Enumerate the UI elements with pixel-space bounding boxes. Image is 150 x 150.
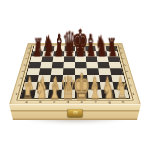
square-f7[interactable]: ♟ — [86, 51, 97, 56]
file-labels-bottom: abcdefgh — [19, 100, 131, 105]
piece-white-rook[interactable]: ♜ — [23, 80, 34, 102]
square-f1[interactable]: ♝ — [88, 90, 102, 98]
square-g7[interactable]: ♟ — [96, 51, 108, 56]
coordinate-label: e — [75, 100, 89, 105]
square-g1[interactable]: ♞ — [101, 90, 116, 98]
coordinate-label: f — [89, 100, 103, 105]
coordinate-label: h — [116, 100, 131, 105]
square-b1[interactable]: ♞ — [34, 90, 49, 98]
coordinate-label: c — [47, 100, 61, 105]
board-scene: abcdefgh abcdefgh 87654321 87654321 ♜♞♝♛… — [0, 0, 150, 150]
square-e1[interactable]: ♚ — [75, 90, 89, 98]
board-frame: abcdefgh abcdefgh 87654321 87654321 ♜♞♝♛… — [9, 43, 141, 105]
square-b7[interactable]: ♟ — [42, 51, 54, 56]
board-3d: abcdefgh abcdefgh 87654321 87654321 ♜♞♝♛… — [9, 43, 141, 105]
square-c7[interactable]: ♟ — [53, 51, 64, 56]
square-e7[interactable]: ♟ — [75, 51, 86, 56]
coordinate-label: g — [102, 100, 117, 105]
square-h1[interactable]: ♜ — [114, 90, 129, 98]
coordinate-label: d — [61, 100, 75, 105]
square-h7[interactable]: ♟ — [107, 51, 119, 56]
square-d7[interactable]: ♟ — [64, 51, 75, 56]
chess-board-grid: ♜♞♝♛♚♝♞♜♟♟♟♟♟♟♟♟♟♟♟♟♟♟♟♟♜♞♝♛♚♝♞♜ — [20, 46, 131, 99]
piece-white-bishop[interactable]: ♝ — [88, 75, 102, 103]
coordinate-label: b — [33, 100, 48, 105]
chess-set-photo: abcdefgh abcdefgh 87654321 87654321 ♜♞♝♛… — [0, 0, 150, 150]
coordinate-label: a — [19, 100, 34, 105]
brass-clasp — [68, 109, 83, 117]
piece-white-rook[interactable]: ♜ — [117, 80, 128, 102]
square-a1[interactable]: ♜ — [21, 90, 36, 98]
